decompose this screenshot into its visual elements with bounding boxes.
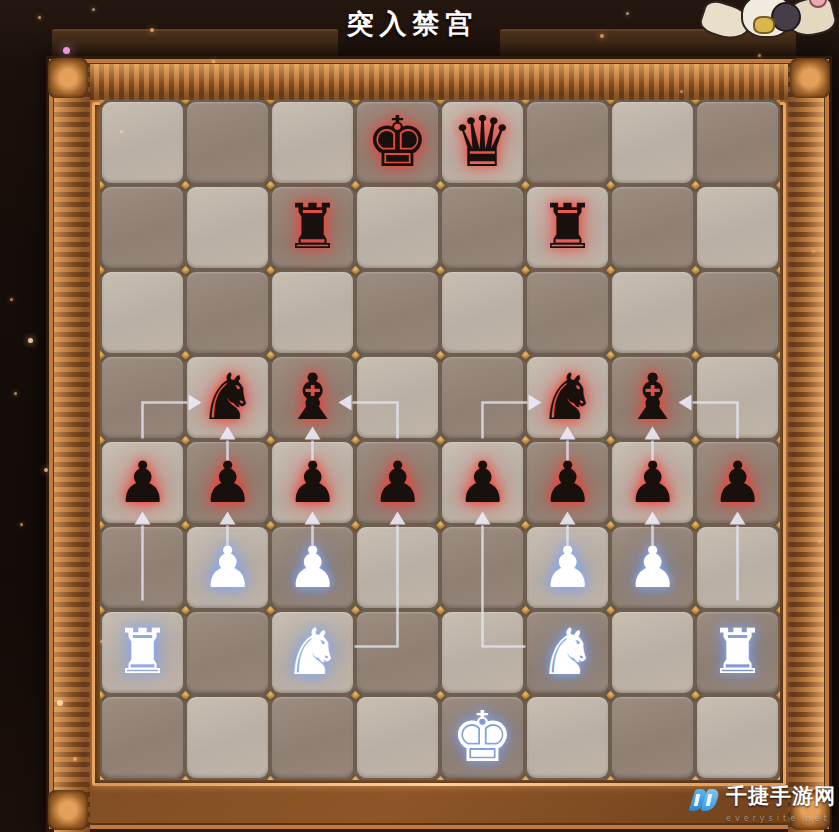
board-stud [690, 180, 700, 190]
sparkle [63, 47, 70, 54]
piece-black-knight-f5[interactable]: ♞ [525, 355, 610, 440]
frame-right-band [788, 64, 824, 832]
sparkle [120, 130, 123, 133]
piece-black-pawn-h4[interactable]: ♟ [695, 440, 780, 525]
square-a5[interactable] [102, 357, 183, 438]
square-b1[interactable] [187, 697, 268, 778]
square-h3[interactable] [697, 527, 778, 608]
square-e2[interactable] [442, 612, 523, 693]
frame-top-band [54, 64, 824, 100]
piece-black-king-d8[interactable]: ♚ [355, 100, 440, 185]
board-stud [775, 775, 780, 780]
square-g7[interactable] [612, 187, 693, 268]
piece-white-pawn-g3[interactable]: ♟ [610, 525, 695, 610]
sparkle [818, 540, 821, 543]
watermark-logo-icon [690, 785, 722, 815]
square-f6[interactable] [527, 272, 608, 353]
square-d6[interactable] [357, 272, 438, 353]
square-d1[interactable] [357, 697, 438, 778]
square-b7[interactable] [187, 187, 268, 268]
piece-black-knight-b5[interactable]: ♞ [185, 355, 270, 440]
watermark-domain: everysite net [726, 808, 836, 830]
board-stud [350, 775, 360, 780]
square-f1[interactable] [527, 697, 608, 778]
piece-white-knight-c2[interactable]: ♞ [270, 610, 355, 695]
sparkle [150, 28, 154, 32]
square-d2[interactable] [357, 612, 438, 693]
board-stud [435, 605, 445, 615]
piece-black-pawn-b4[interactable]: ♟ [185, 440, 270, 525]
site-watermark: 千捷手游网 everysite net [690, 785, 836, 830]
sparkle [92, 8, 95, 11]
board-stud [180, 265, 190, 275]
hanging-character-ornament [697, 0, 839, 52]
piece-white-rook-h2[interactable]: ♜ [695, 610, 780, 695]
square-g6[interactable] [612, 272, 693, 353]
square-g8[interactable] [612, 102, 693, 183]
board-stud [690, 265, 700, 275]
piece-black-pawn-d4[interactable]: ♟ [355, 440, 440, 525]
piece-white-pawn-f3[interactable]: ♟ [525, 525, 610, 610]
board-stud [180, 775, 190, 780]
sparkle [812, 250, 815, 253]
square-a1[interactable] [102, 697, 183, 778]
square-f8[interactable] [527, 102, 608, 183]
square-h5[interactable] [697, 357, 778, 438]
square-b2[interactable] [187, 612, 268, 693]
piece-black-bishop-c5[interactable]: ♝ [270, 355, 355, 440]
square-b8[interactable] [187, 102, 268, 183]
square-e3[interactable] [442, 527, 523, 608]
piece-black-pawn-g4[interactable]: ♟ [610, 440, 695, 525]
square-h1[interactable] [697, 697, 778, 778]
sparkle [212, 60, 215, 63]
sparkle [14, 392, 17, 395]
piece-black-pawn-f4[interactable]: ♟ [525, 440, 610, 525]
piece-white-king-e1[interactable]: ♚ [440, 695, 525, 780]
board-stud [435, 265, 445, 275]
piece-black-bishop-g5[interactable]: ♝ [610, 355, 695, 440]
sparkle [758, 54, 761, 57]
board-stud [690, 775, 700, 780]
piece-white-rook-a2[interactable]: ♜ [100, 610, 185, 695]
piece-white-pawn-c3[interactable]: ♟ [270, 525, 355, 610]
piece-white-pawn-b3[interactable]: ♟ [185, 525, 270, 610]
game-screen: 突入禁宫 ♚♛♜♜♞♝♞♝♟♟♟♟♟♟♟♟♟♟♟♟♜♞♞♜♚ 千捷手游网 eve… [0, 0, 839, 832]
square-c6[interactable] [272, 272, 353, 353]
square-c8[interactable] [272, 102, 353, 183]
square-h6[interactable] [697, 272, 778, 353]
square-e5[interactable] [442, 357, 523, 438]
sparkle [57, 700, 63, 706]
chess-board[interactable]: ♚♛♜♜♞♝♞♝♟♟♟♟♟♟♟♟♟♟♟♟♜♞♞♜♚ [100, 100, 780, 780]
square-d3[interactable] [357, 527, 438, 608]
board-stud [775, 180, 780, 190]
frame-corner-tl [48, 58, 88, 98]
frame-corner-bl [48, 790, 88, 830]
watermark-site-name: 千捷手游网 everysite net [726, 785, 836, 830]
sparkle [73, 757, 77, 761]
sparkle [600, 34, 604, 38]
board-stud [775, 265, 780, 275]
square-a6[interactable] [102, 272, 183, 353]
square-h7[interactable] [697, 187, 778, 268]
square-d5[interactable] [357, 357, 438, 438]
sparkle [100, 640, 103, 643]
sparkle [10, 298, 13, 301]
square-g2[interactable] [612, 612, 693, 693]
board-stud [265, 775, 275, 780]
sparkle [20, 523, 23, 526]
piece-black-pawn-a4[interactable]: ♟ [100, 440, 185, 525]
square-g1[interactable] [612, 697, 693, 778]
board-stud [775, 350, 780, 360]
piece-black-pawn-c4[interactable]: ♟ [270, 440, 355, 525]
sparkle [28, 338, 33, 343]
piece-black-rook-c7[interactable]: ♜ [270, 185, 355, 270]
sparkle [680, 90, 683, 93]
sparkle [44, 468, 48, 472]
piece-black-queen-e8[interactable]: ♛ [440, 100, 525, 185]
board-stud [180, 180, 190, 190]
piece-black-rook-f7[interactable]: ♜ [525, 185, 610, 270]
frame-corner-tr [790, 58, 830, 98]
piece-black-pawn-e4[interactable]: ♟ [440, 440, 525, 525]
square-b6[interactable] [187, 272, 268, 353]
square-e7[interactable] [442, 187, 523, 268]
piece-white-knight-f2[interactable]: ♞ [525, 610, 610, 695]
sparkle [626, 12, 629, 15]
square-d7[interactable] [357, 187, 438, 268]
frame-left-band [54, 64, 90, 832]
charm-dark-patch [771, 2, 801, 32]
square-a3[interactable] [102, 527, 183, 608]
board-stud [605, 775, 615, 780]
square-h8[interactable] [697, 102, 778, 183]
board-stud [435, 350, 445, 360]
sparkle [38, 16, 41, 19]
square-a7[interactable] [102, 187, 183, 268]
charm-gold-trim [753, 16, 775, 34]
square-a8[interactable] [102, 102, 183, 183]
square-c1[interactable] [272, 697, 353, 778]
square-e6[interactable] [442, 272, 523, 353]
